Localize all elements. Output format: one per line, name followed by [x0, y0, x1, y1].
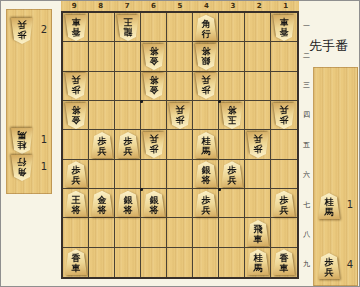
board-cell[interactable] — [63, 218, 89, 247]
piece-face: 銀将 — [143, 191, 165, 217]
piece-kanji: 王 — [72, 195, 81, 205]
rank-coordinate-label: 五 — [300, 130, 313, 160]
board-cell[interactable] — [89, 248, 115, 277]
piece-kanji: 行 — [18, 157, 27, 167]
piece-kanji: 車 — [280, 263, 289, 273]
rank-coordinate-label: 九 — [300, 249, 313, 279]
shogi-piece-gote[interactable]: 香車 — [273, 15, 295, 41]
board-cell[interactable] — [245, 101, 271, 130]
board-cell[interactable] — [167, 189, 193, 218]
board-cell[interactable] — [115, 42, 141, 71]
board-cell[interactable] — [271, 218, 297, 247]
piece-kanji: 馬 — [254, 263, 263, 273]
piece-face: 龍王 — [117, 15, 139, 41]
piece-kanji: 兵 — [280, 105, 289, 115]
piece-face: 桂馬 — [11, 128, 33, 154]
hand-piece-row: 歩兵2 — [7, 18, 51, 46]
board-cell[interactable] — [167, 13, 193, 42]
gote-hand-stand: 歩兵2桂馬1角行1 — [6, 9, 52, 194]
shogi-piece-sente[interactable]: 香車 — [273, 249, 295, 275]
piece-kanji: 飛 — [254, 224, 263, 234]
board-cell[interactable] — [89, 160, 115, 189]
file-coordinate-label: 9 — [61, 1, 87, 11]
piece-face: 香車 — [273, 249, 295, 275]
board-cell[interactable] — [219, 72, 245, 101]
piece-kanji: 香 — [280, 253, 289, 263]
piece-face: 歩兵 — [247, 132, 269, 158]
piece-kanji: 兵 — [72, 75, 81, 85]
board-cell[interactable] — [271, 130, 297, 159]
board-cell[interactable] — [219, 42, 245, 71]
piece-kanji: 馬 — [325, 207, 334, 217]
rank-coordinate-label: 四 — [300, 100, 313, 130]
piece-kanji: 角 — [202, 19, 211, 29]
piece-kanji: 銀 — [124, 195, 133, 205]
piece-face: 金将 — [143, 73, 165, 99]
shogi-piece-gote[interactable]: 金将 — [143, 44, 165, 70]
piece-face: 香車 — [273, 15, 295, 41]
board-cell[interactable] — [89, 13, 115, 42]
piece-kanji: 馬 — [18, 130, 27, 140]
board-cell[interactable] — [141, 160, 167, 189]
shogi-piece-gote[interactable]: 角行 — [11, 155, 33, 181]
piece-kanji: 金 — [98, 195, 107, 205]
shogi-piece-gote[interactable]: 歩兵 — [143, 132, 165, 158]
piece-kanji: 歩 — [176, 115, 185, 125]
board-cell[interactable] — [167, 130, 193, 159]
shogi-piece-gote[interactable]: 歩兵 — [247, 132, 269, 158]
piece-kanji: 歩 — [72, 165, 81, 175]
piece-kanji: 龍 — [124, 27, 133, 37]
piece-kanji: 兵 — [72, 175, 81, 185]
rank-coordinate-label: 六 — [300, 160, 313, 190]
piece-kanji: 兵 — [18, 20, 27, 30]
piece-face: 歩兵 — [169, 103, 191, 129]
piece-kanji: 玉 — [228, 115, 237, 125]
piece-kanji: 将 — [124, 205, 133, 215]
piece-kanji: 金 — [150, 85, 159, 95]
shogi-piece-sente[interactable]: 桂馬 — [195, 132, 217, 158]
piece-kanji: 銀 — [150, 195, 159, 205]
sente-hand-stand: 桂馬1歩兵4 — [313, 67, 358, 286]
piece-kanji: 兵 — [228, 175, 237, 185]
shogi-board: 香車龍王角行香車金将銀将歩兵金将歩兵金将歩兵玉将歩兵歩兵歩兵歩兵桂馬歩兵歩兵銀将… — [61, 11, 299, 279]
piece-face: 香車 — [65, 249, 87, 275]
star-point — [140, 100, 143, 103]
shogi-piece-sente[interactable]: 銀将 — [117, 191, 139, 217]
hand-piece-row: 歩兵4 — [314, 253, 357, 281]
piece-face: 桂馬 — [318, 193, 340, 219]
piece-face: 銀将 — [117, 191, 139, 217]
shogi-piece-sente[interactable]: 歩兵 — [91, 132, 113, 158]
piece-face: 香車 — [65, 15, 87, 41]
piece-face: 歩兵 — [91, 132, 113, 158]
piece-kanji: 行 — [202, 29, 211, 39]
rank-coordinate-label: 七 — [300, 190, 313, 220]
piece-face: 歩兵 — [273, 191, 295, 217]
piece-kanji: 歩 — [150, 144, 159, 154]
piece-kanji: 桂 — [325, 197, 334, 207]
hand-piece-count: 1 — [347, 199, 353, 210]
shogi-piece-gote[interactable]: 龍王 — [117, 15, 139, 41]
piece-kanji: 車 — [72, 17, 81, 27]
board-cell[interactable] — [167, 42, 193, 71]
board-cell[interactable] — [115, 160, 141, 189]
hand-piece-count: 4 — [347, 259, 353, 270]
piece-face: 桂馬 — [247, 249, 269, 275]
piece-kanji: 歩 — [98, 136, 107, 146]
board-cell[interactable] — [63, 42, 89, 71]
file-coordinate-label: 2 — [246, 1, 272, 11]
shogi-piece-sente[interactable]: 桂馬 — [247, 249, 269, 275]
piece-face: 歩兵 — [195, 73, 217, 99]
piece-face: 金将 — [143, 44, 165, 70]
piece-face: 歩兵 — [143, 132, 165, 158]
shogi-piece-gote[interactable]: 銀将 — [195, 44, 217, 70]
piece-face: 歩兵 — [117, 132, 139, 158]
board-cell[interactable] — [141, 248, 167, 277]
shogi-piece-sente[interactable]: 飛車 — [247, 220, 269, 246]
shogi-piece-gote[interactable]: 歩兵 — [273, 103, 295, 129]
board-cell[interactable] — [193, 218, 219, 247]
piece-kanji: 車 — [72, 263, 81, 273]
piece-kanji: 兵 — [98, 146, 107, 156]
piece-face: 玉将 — [221, 103, 243, 129]
shogi-piece-gote[interactable]: 歩兵 — [195, 73, 217, 99]
shogi-piece-gote[interactable]: 歩兵 — [65, 73, 87, 99]
board-cell[interactable] — [115, 218, 141, 247]
board-cell[interactable] — [115, 248, 141, 277]
piece-face: 飛車 — [247, 220, 269, 246]
piece-kanji: 将 — [202, 46, 211, 56]
piece-kanji: 将 — [150, 205, 159, 215]
shogi-piece-gote[interactable]: 金将 — [65, 103, 87, 129]
board-cell[interactable] — [141, 218, 167, 247]
piece-kanji: 歩 — [280, 195, 289, 205]
piece-face: 金将 — [65, 103, 87, 129]
shogi-piece-sente[interactable]: 金将 — [91, 191, 113, 217]
board-cell[interactable] — [219, 248, 245, 277]
file-coordinate-label: 5 — [167, 1, 193, 11]
piece-kanji: 車 — [254, 234, 263, 244]
piece-kanji: 将 — [72, 205, 81, 215]
rank-coordinate-label: 三 — [300, 71, 313, 101]
board-cell[interactable] — [167, 248, 193, 277]
shogi-piece-sente[interactable]: 香車 — [65, 249, 87, 275]
shogi-piece-sente[interactable]: 歩兵 — [195, 191, 217, 217]
piece-kanji: 銀 — [202, 56, 211, 66]
board-cell[interactable] — [89, 72, 115, 101]
piece-face: 歩兵 — [221, 161, 243, 187]
star-point — [218, 188, 221, 191]
piece-kanji: 兵 — [202, 205, 211, 215]
file-coordinates: 987654321 — [61, 1, 299, 11]
board-cell[interactable] — [245, 42, 271, 71]
piece-kanji: 兵 — [176, 105, 185, 115]
piece-kanji: 金 — [150, 56, 159, 66]
piece-kanji: 歩 — [325, 257, 334, 267]
piece-face: 角行 — [11, 155, 33, 181]
piece-kanji: 歩 — [124, 136, 133, 146]
shogi-piece-gote[interactable]: 香車 — [65, 15, 87, 41]
file-coordinate-label: 7 — [114, 1, 140, 11]
shogi-piece-gote[interactable]: 金将 — [143, 73, 165, 99]
shogi-piece-sente[interactable]: 歩兵 — [221, 161, 243, 187]
file-coordinate-label: 6 — [140, 1, 166, 11]
piece-face: 歩兵 — [195, 191, 217, 217]
board-cell[interactable] — [245, 72, 271, 101]
board-cell[interactable] — [193, 101, 219, 130]
piece-kanji: 歩 — [280, 115, 289, 125]
piece-kanji: 将 — [202, 175, 211, 185]
board-cell[interactable] — [271, 72, 297, 101]
hand-piece-count: 1 — [41, 161, 47, 172]
piece-kanji: 金 — [72, 115, 81, 125]
piece-kanji: 桂 — [202, 136, 211, 146]
piece-kanji: 桂 — [254, 253, 263, 263]
piece-kanji: 将 — [150, 46, 159, 56]
shogi-app-window: 987654321 一二三四五六七八九 香車龍王角行香車金将銀将歩兵金将歩兵金将… — [0, 0, 360, 287]
piece-kanji: 王 — [124, 17, 133, 27]
board-cell[interactable] — [219, 130, 245, 159]
board-cell[interactable] — [193, 248, 219, 277]
piece-kanji: 歩 — [202, 195, 211, 205]
piece-kanji: 桂 — [18, 140, 27, 150]
hand-piece-row: 桂馬1 — [314, 193, 357, 221]
piece-face: 歩兵 — [273, 103, 295, 129]
piece-kanji: 香 — [280, 27, 289, 37]
piece-kanji: 将 — [72, 105, 81, 115]
board-cell[interactable] — [115, 72, 141, 101]
board-cell[interactable] — [245, 189, 271, 218]
piece-kanji: 角 — [18, 167, 27, 177]
hand-piece-row: 桂馬1 — [7, 128, 51, 156]
shogi-piece-sente[interactable]: 銀将 — [195, 161, 217, 187]
piece-kanji: 歩 — [202, 85, 211, 95]
board-cell[interactable] — [89, 218, 115, 247]
board-cell[interactable] — [115, 101, 141, 130]
piece-kanji: 兵 — [254, 134, 263, 144]
file-coordinate-label: 1 — [273, 1, 299, 11]
shogi-piece-sente[interactable]: 王将 — [65, 191, 87, 217]
piece-kanji: 将 — [150, 75, 159, 85]
board-cell[interactable] — [219, 13, 245, 42]
piece-face: 歩兵 — [318, 253, 340, 279]
shogi-piece-sente[interactable]: 桂馬 — [318, 193, 340, 219]
piece-kanji: 馬 — [202, 146, 211, 156]
piece-face: 金将 — [91, 191, 113, 217]
board-cell[interactable] — [271, 42, 297, 71]
board-cell[interactable] — [271, 160, 297, 189]
board-cell[interactable] — [141, 101, 167, 130]
board-cell[interactable] — [245, 13, 271, 42]
piece-kanji: 将 — [98, 205, 107, 215]
hand-piece-count: 2 — [41, 24, 47, 35]
file-coordinate-label: 8 — [87, 1, 113, 11]
hand-piece-count: 1 — [41, 134, 47, 145]
shogi-piece-sente[interactable]: 歩兵 — [117, 132, 139, 158]
piece-face: 銀将 — [195, 44, 217, 70]
hand-piece-row: 角行1 — [7, 155, 51, 183]
board-cell[interactable] — [89, 101, 115, 130]
shogi-piece-sente[interactable]: 銀将 — [143, 191, 165, 217]
piece-kanji: 車 — [280, 17, 289, 27]
piece-kanji: 香 — [72, 27, 81, 37]
piece-face: 王将 — [65, 191, 87, 217]
piece-kanji: 兵 — [325, 267, 334, 277]
board-cell[interactable] — [245, 160, 271, 189]
shogi-piece-gote[interactable]: 玉将 — [221, 103, 243, 129]
shogi-piece-sente[interactable]: 歩兵 — [65, 161, 87, 187]
piece-kanji: 兵 — [280, 205, 289, 215]
shogi-piece-sente[interactable]: 歩兵 — [318, 253, 340, 279]
piece-kanji: 香 — [72, 253, 81, 263]
piece-face: 銀将 — [195, 161, 217, 187]
shogi-piece-sente[interactable]: 角行 — [195, 15, 217, 41]
shogi-piece-gote[interactable]: 歩兵 — [169, 103, 191, 129]
piece-kanji: 歩 — [254, 144, 263, 154]
shogi-piece-sente[interactable]: 歩兵 — [273, 191, 295, 217]
piece-face: 角行 — [195, 15, 217, 41]
piece-kanji: 歩 — [72, 85, 81, 95]
file-coordinate-label: 3 — [220, 1, 246, 11]
piece-kanji: 銀 — [202, 165, 211, 175]
board-cell[interactable] — [167, 72, 193, 101]
piece-kanji: 兵 — [124, 146, 133, 156]
board-cell[interactable] — [219, 218, 245, 247]
piece-face: 桂馬 — [195, 132, 217, 158]
rank-coordinate-label: 八 — [300, 219, 313, 249]
board-cell[interactable] — [63, 130, 89, 159]
board-cell[interactable] — [167, 160, 193, 189]
file-coordinate-label: 4 — [193, 1, 219, 11]
piece-kanji: 将 — [228, 105, 237, 115]
shogi-piece-gote[interactable]: 桂馬 — [11, 128, 33, 154]
piece-kanji: 兵 — [150, 134, 159, 144]
board-cell[interactable] — [167, 218, 193, 247]
piece-face: 歩兵 — [65, 73, 87, 99]
turn-indicator: 先手番 — [309, 37, 348, 55]
piece-face: 歩兵 — [65, 161, 87, 187]
board-cell[interactable] — [219, 189, 245, 218]
shogi-piece-gote[interactable]: 歩兵 — [11, 18, 33, 44]
piece-face: 歩兵 — [11, 18, 33, 44]
piece-kanji: 歩 — [228, 165, 237, 175]
board-cell[interactable] — [89, 42, 115, 71]
piece-kanji: 兵 — [202, 75, 211, 85]
piece-kanji: 歩 — [18, 30, 27, 40]
board-cell[interactable] — [141, 13, 167, 42]
